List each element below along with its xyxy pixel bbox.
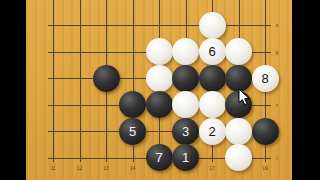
go-stone-white-move-6[interactable]: 6 (199, 38, 226, 65)
go-stone-black[interactable] (252, 118, 279, 145)
go-stone-black[interactable] (199, 65, 226, 92)
grid-line-v-12 (80, 0, 81, 162)
go-stone-black-move-5[interactable]: 5 (119, 118, 146, 145)
go-stone-white[interactable] (199, 12, 226, 39)
col-label-11: 11 (47, 165, 59, 171)
col-label-13: 13 (100, 165, 112, 171)
go-stone-black-move-7[interactable]: 7 (146, 144, 173, 171)
grid-line-v-11 (53, 0, 54, 162)
go-stone-white[interactable] (225, 144, 252, 171)
go-stone-black[interactable] (119, 91, 146, 118)
col-label-17: 17 (206, 165, 218, 171)
go-stone-white-move-8[interactable]: 8 (252, 65, 279, 92)
go-stone-black[interactable] (93, 65, 120, 92)
go-stone-white[interactable] (146, 38, 173, 65)
go-stone-black[interactable] (172, 65, 199, 92)
go-stone-white[interactable] (225, 118, 252, 145)
row-label-r: r (272, 102, 282, 108)
letterbox-right (292, 0, 320, 180)
col-label-12: 12 (74, 165, 86, 171)
go-stone-black-move-1[interactable]: 1 (172, 144, 199, 171)
go-stone-white[interactable] (172, 91, 199, 118)
row-label-o: o (272, 22, 282, 28)
letterbox-left (0, 0, 26, 180)
go-stone-white[interactable] (225, 38, 252, 65)
col-label-14: 14 (127, 165, 139, 171)
go-stone-white[interactable] (199, 91, 226, 118)
row-label-t: t (272, 155, 282, 161)
go-stone-black[interactable] (146, 91, 173, 118)
go-stone-white[interactable] (172, 38, 199, 65)
go-stone-white[interactable] (146, 65, 173, 92)
goban[interactable]: 111213141516171819opqrst6853271 (26, 0, 292, 180)
col-label-19: 19 (259, 165, 271, 171)
mouse-cursor-icon (237, 88, 249, 106)
row-label-p: p (272, 49, 282, 55)
go-stone-white-move-2[interactable]: 2 (199, 118, 226, 145)
go-stone-black-move-3[interactable]: 3 (172, 118, 199, 145)
